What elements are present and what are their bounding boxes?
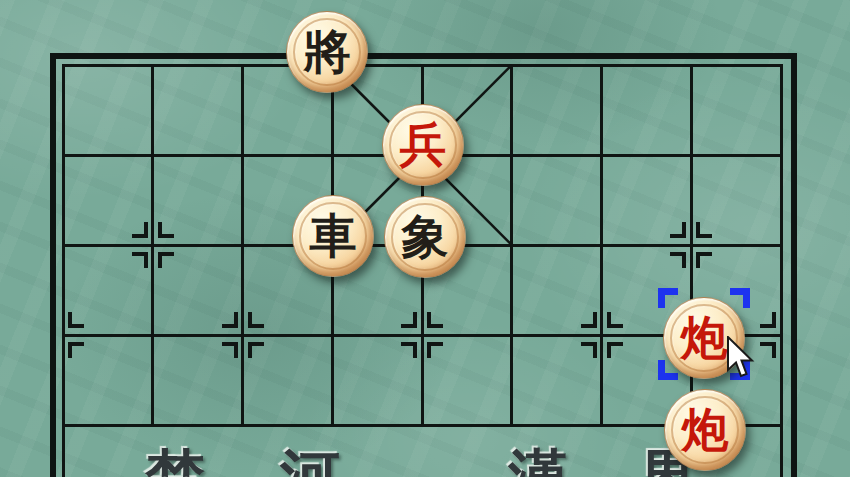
point-marker-bracket [696, 252, 712, 268]
river-label-he: 河 [280, 447, 340, 477]
point-marker-bracket [760, 312, 776, 328]
file-line-8 [780, 64, 783, 477]
selection-corner [658, 288, 678, 308]
piece-glyph: 車 [310, 212, 357, 259]
point-marker-bracket [222, 342, 238, 358]
river-label-han: 漢 [508, 447, 568, 477]
point-marker-bracket [222, 312, 238, 328]
point-marker-bracket [581, 312, 597, 328]
point-marker-bracket [607, 342, 623, 358]
point-marker-bracket [607, 312, 623, 328]
point-marker-bracket [670, 222, 686, 238]
piece-red-soldier[interactable]: 兵 [382, 104, 464, 186]
piece-glyph: 炮 [681, 314, 728, 361]
piece-glyph: 兵 [400, 121, 447, 168]
piece-red-cannon-selected[interactable]: 炮 [663, 297, 745, 379]
point-marker-bracket [248, 312, 264, 328]
file-line-1 [151, 64, 154, 427]
piece-glyph: 炮 [682, 406, 729, 453]
piece-black-general[interactable]: 將 [286, 11, 368, 93]
point-marker-bracket [68, 342, 84, 358]
point-marker-bracket [696, 222, 712, 238]
piece-glyph: 象 [402, 213, 449, 260]
point-marker-bracket [401, 342, 417, 358]
point-marker-bracket [427, 312, 443, 328]
file-line-0 [62, 64, 65, 477]
file-line-2 [241, 64, 244, 427]
file-line-6 [600, 64, 603, 427]
point-marker-bracket [581, 342, 597, 358]
selection-corner [730, 288, 750, 308]
point-marker-bracket [248, 342, 264, 358]
point-marker-bracket [760, 342, 776, 358]
file-line-5 [510, 64, 513, 427]
piece-black-chariot[interactable]: 車 [292, 195, 374, 277]
piece-black-elephant[interactable]: 象 [384, 196, 466, 278]
point-marker-bracket [158, 252, 174, 268]
point-marker-bracket [158, 222, 174, 238]
piece-glyph: 將 [304, 28, 351, 75]
piece-red-cannon[interactable]: 炮 [664, 389, 746, 471]
point-marker-bracket [427, 342, 443, 358]
point-marker-bracket [68, 312, 84, 328]
point-marker-bracket [670, 252, 686, 268]
point-marker-bracket [132, 222, 148, 238]
point-marker-bracket [401, 312, 417, 328]
xiangqi-game-screen: 楚 河 漢 界 將兵車象炮炮 [0, 0, 850, 477]
river-label-chu: 楚 [145, 447, 205, 477]
point-marker-bracket [132, 252, 148, 268]
